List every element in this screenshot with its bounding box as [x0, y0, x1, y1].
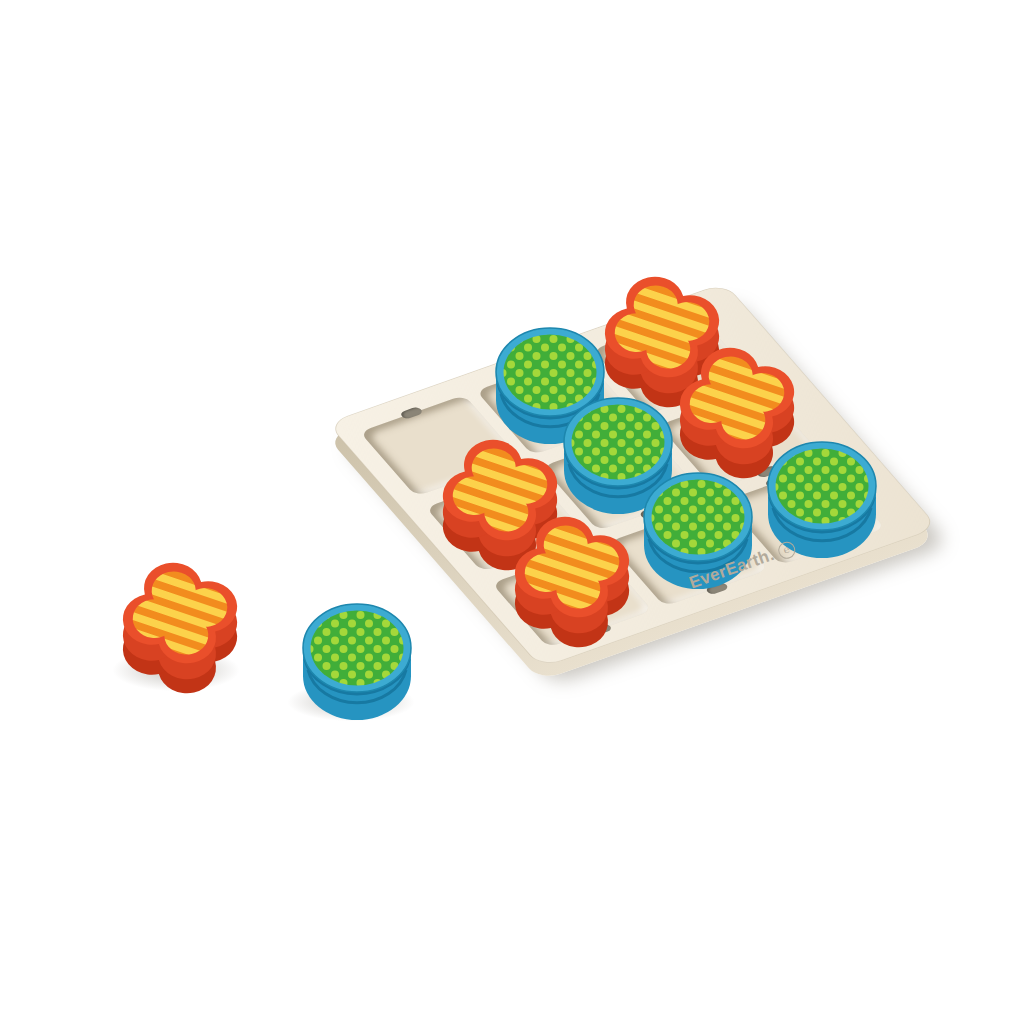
finger-notch	[399, 406, 424, 420]
scene: EverEarth. ℮	[0, 0, 1024, 1024]
piece-flower-offboard[interactable]	[114, 555, 246, 707]
piece-circle-offboard[interactable]	[297, 602, 417, 726]
piece-flower-r2c0[interactable]	[506, 509, 638, 661]
